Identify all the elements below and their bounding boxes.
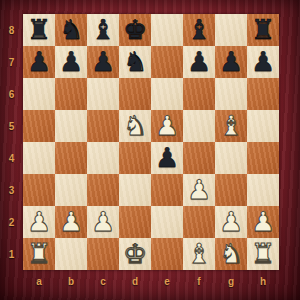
square-c5[interactable] <box>87 110 119 142</box>
rank-label-4: 4 <box>0 142 23 174</box>
black-rook-a8[interactable]: ♜ <box>23 14 55 46</box>
square-h8[interactable]: ♜ <box>247 14 279 46</box>
square-a3[interactable] <box>23 174 55 206</box>
square-f8[interactable]: ♝ <box>183 14 215 46</box>
square-h4[interactable] <box>247 142 279 174</box>
square-d1[interactable]: ♚ <box>119 238 151 270</box>
file-labels: abcdefgh <box>23 270 279 292</box>
square-d6[interactable] <box>119 78 151 110</box>
square-f7[interactable]: ♟ <box>183 46 215 78</box>
square-g5[interactable]: ♝ <box>215 110 247 142</box>
file-label-f: f <box>183 270 215 292</box>
white-rook-a1[interactable]: ♜ <box>23 238 55 270</box>
square-a7[interactable]: ♟ <box>23 46 55 78</box>
rank-labels: 87654321 <box>0 14 23 270</box>
square-e7[interactable] <box>151 46 183 78</box>
square-c6[interactable] <box>87 78 119 110</box>
rank-label-6: 6 <box>0 78 23 110</box>
file-label-c: c <box>87 270 119 292</box>
black-pawn-b7[interactable]: ♟ <box>55 46 87 78</box>
square-d3[interactable] <box>119 174 151 206</box>
square-h2[interactable]: ♟ <box>247 206 279 238</box>
rank-label-8: 8 <box>0 14 23 46</box>
white-pawn-c2[interactable]: ♟ <box>87 206 119 238</box>
white-king-d1[interactable]: ♚ <box>119 238 151 270</box>
black-pawn-f7[interactable]: ♟ <box>183 46 215 78</box>
square-e1[interactable] <box>151 238 183 270</box>
square-e3[interactable] <box>151 174 183 206</box>
chess-board: ♜♞♝♚♝♜♟♟♟♞♟♟♟♞♟♝♟♟♟♟♟♟♟♜♚♝♞♜ <box>23 14 279 270</box>
square-b3[interactable] <box>55 174 87 206</box>
file-label-h: h <box>247 270 279 292</box>
black-bishop-c8[interactable]: ♝ <box>87 14 119 46</box>
white-bishop-f1[interactable]: ♝ <box>183 238 215 270</box>
square-e2[interactable] <box>151 206 183 238</box>
square-b6[interactable] <box>55 78 87 110</box>
white-rook-h1[interactable]: ♜ <box>247 238 279 270</box>
square-g4[interactable] <box>215 142 247 174</box>
black-pawn-a7[interactable]: ♟ <box>23 46 55 78</box>
white-pawn-g2[interactable]: ♟ <box>215 206 247 238</box>
square-g2[interactable]: ♟ <box>215 206 247 238</box>
file-label-b: b <box>55 270 87 292</box>
black-bishop-f8[interactable]: ♝ <box>183 14 215 46</box>
square-a2[interactable]: ♟ <box>23 206 55 238</box>
square-g6[interactable] <box>215 78 247 110</box>
square-c4[interactable] <box>87 142 119 174</box>
rank-label-5: 5 <box>0 110 23 142</box>
black-pawn-g7[interactable]: ♟ <box>215 46 247 78</box>
square-a1[interactable]: ♜ <box>23 238 55 270</box>
square-c2[interactable]: ♟ <box>87 206 119 238</box>
square-a5[interactable] <box>23 110 55 142</box>
square-d4[interactable] <box>119 142 151 174</box>
rank-label-1: 1 <box>0 238 23 270</box>
white-pawn-a2[interactable]: ♟ <box>23 206 55 238</box>
file-label-d: d <box>119 270 151 292</box>
square-d5[interactable]: ♞ <box>119 110 151 142</box>
white-pawn-e5[interactable]: ♟ <box>151 110 183 142</box>
black-knight-d7[interactable]: ♞ <box>119 46 151 78</box>
square-f3[interactable]: ♟ <box>183 174 215 206</box>
square-h6[interactable] <box>247 78 279 110</box>
file-label-e: e <box>151 270 183 292</box>
square-b5[interactable] <box>55 110 87 142</box>
square-g8[interactable] <box>215 14 247 46</box>
square-c8[interactable]: ♝ <box>87 14 119 46</box>
square-c3[interactable] <box>87 174 119 206</box>
rank-label-2: 2 <box>0 206 23 238</box>
square-a8[interactable]: ♜ <box>23 14 55 46</box>
file-label-g: g <box>215 270 247 292</box>
square-f2[interactable] <box>183 206 215 238</box>
square-e5[interactable]: ♟ <box>151 110 183 142</box>
square-c1[interactable] <box>87 238 119 270</box>
square-d7[interactable]: ♞ <box>119 46 151 78</box>
square-g3[interactable] <box>215 174 247 206</box>
square-h7[interactable]: ♟ <box>247 46 279 78</box>
white-pawn-h2[interactable]: ♟ <box>247 206 279 238</box>
square-h5[interactable] <box>247 110 279 142</box>
white-knight-g1[interactable]: ♞ <box>215 238 247 270</box>
chess-board-frame: 87654321 ♜♞♝♚♝♜♟♟♟♞♟♟♟♞♟♝♟♟♟♟♟♟♟♜♚♝♞♜ ab… <box>0 0 300 300</box>
square-g1[interactable]: ♞ <box>215 238 247 270</box>
rank-label-7: 7 <box>0 46 23 78</box>
square-b1[interactable] <box>55 238 87 270</box>
black-pawn-c7[interactable]: ♟ <box>87 46 119 78</box>
rank-label-3: 3 <box>0 174 23 206</box>
square-d2[interactable] <box>119 206 151 238</box>
square-e6[interactable] <box>151 78 183 110</box>
white-pawn-f3[interactable]: ♟ <box>183 174 215 206</box>
square-h3[interactable] <box>247 174 279 206</box>
black-pawn-e4[interactable]: ♟ <box>151 142 183 174</box>
square-e4[interactable]: ♟ <box>151 142 183 174</box>
square-f6[interactable] <box>183 78 215 110</box>
white-pawn-b2[interactable]: ♟ <box>55 206 87 238</box>
square-b8[interactable]: ♞ <box>55 14 87 46</box>
black-rook-h8[interactable]: ♜ <box>247 14 279 46</box>
black-knight-b8[interactable]: ♞ <box>55 14 87 46</box>
square-g7[interactable]: ♟ <box>215 46 247 78</box>
white-knight-d5[interactable]: ♞ <box>119 110 151 142</box>
square-f5[interactable] <box>183 110 215 142</box>
square-a6[interactable] <box>23 78 55 110</box>
black-pawn-h7[interactable]: ♟ <box>247 46 279 78</box>
square-b2[interactable]: ♟ <box>55 206 87 238</box>
square-b7[interactable]: ♟ <box>55 46 87 78</box>
square-e8[interactable] <box>151 14 183 46</box>
white-bishop-g5[interactable]: ♝ <box>215 110 247 142</box>
square-h1[interactable]: ♜ <box>247 238 279 270</box>
square-f1[interactable]: ♝ <box>183 238 215 270</box>
square-d8[interactable]: ♚ <box>119 14 151 46</box>
square-c7[interactable]: ♟ <box>87 46 119 78</box>
square-f4[interactable] <box>183 142 215 174</box>
black-king-d8[interactable]: ♚ <box>119 14 151 46</box>
file-label-a: a <box>23 270 55 292</box>
square-a4[interactable] <box>23 142 55 174</box>
square-b4[interactable] <box>55 142 87 174</box>
